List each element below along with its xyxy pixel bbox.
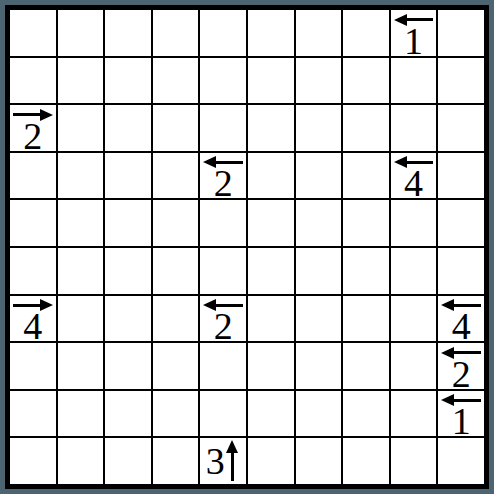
cell-r4c6[interactable] <box>248 153 294 199</box>
cell-r3c1[interactable]: 2 <box>10 105 56 151</box>
cell-r10c1[interactable] <box>10 438 56 484</box>
cell-r6c7[interactable] <box>296 248 342 294</box>
cell-r2c4[interactable] <box>153 58 199 104</box>
cell-r2c7[interactable] <box>296 58 342 104</box>
cell-r2c2[interactable] <box>58 58 104 104</box>
cell-r9c4[interactable] <box>153 391 199 437</box>
cell-r10c4[interactable] <box>153 438 199 484</box>
cell-r1c9[interactable]: 1 <box>391 10 437 56</box>
cell-r4c8[interactable] <box>343 153 389 199</box>
cell-r3c4[interactable] <box>153 105 199 151</box>
cell-r7c5[interactable]: 2 <box>200 296 246 342</box>
cell-r3c8[interactable] <box>343 105 389 151</box>
cell-r3c10[interactable] <box>438 105 484 151</box>
cell-r3c3[interactable] <box>105 105 151 151</box>
cell-r7c6[interactable] <box>248 296 294 342</box>
cell-r8c8[interactable] <box>343 343 389 389</box>
cell-r7c10[interactable]: 4 <box>438 296 484 342</box>
cell-r7c9[interactable] <box>391 296 437 342</box>
clue-number: 1 <box>438 402 484 440</box>
cell-r7c1[interactable]: 4 <box>10 296 56 342</box>
cell-r1c5[interactable] <box>200 10 246 56</box>
cell-r8c1[interactable] <box>10 343 56 389</box>
cell-r6c1[interactable] <box>10 248 56 294</box>
puzzle-frame: 1224424213 <box>0 0 494 494</box>
cell-r8c2[interactable] <box>58 343 104 389</box>
cell-r1c10[interactable] <box>438 10 484 56</box>
cell-r7c7[interactable] <box>296 296 342 342</box>
clue-number: 4 <box>10 307 56 345</box>
cell-r3c6[interactable] <box>248 105 294 151</box>
cell-r9c9[interactable] <box>391 391 437 437</box>
cell-r1c1[interactable] <box>10 10 56 56</box>
cell-r9c6[interactable] <box>248 391 294 437</box>
cell-r6c3[interactable] <box>105 248 151 294</box>
cell-r8c3[interactable] <box>105 343 151 389</box>
cell-r5c1[interactable] <box>10 200 56 246</box>
clue-number: 3 <box>200 442 230 480</box>
cell-r8c4[interactable] <box>153 343 199 389</box>
cell-r6c10[interactable] <box>438 248 484 294</box>
cell-r1c2[interactable] <box>58 10 104 56</box>
cell-r8c7[interactable] <box>296 343 342 389</box>
cell-r7c8[interactable] <box>343 296 389 342</box>
cell-r6c5[interactable] <box>200 248 246 294</box>
cell-r2c6[interactable] <box>248 58 294 104</box>
cell-r1c3[interactable] <box>105 10 151 56</box>
cell-r2c3[interactable] <box>105 58 151 104</box>
cell-r6c9[interactable] <box>391 248 437 294</box>
cell-r3c7[interactable] <box>296 105 342 151</box>
cell-r8c9[interactable] <box>391 343 437 389</box>
cell-r5c6[interactable] <box>248 200 294 246</box>
cell-r10c8[interactable] <box>343 438 389 484</box>
cell-r10c7[interactable] <box>296 438 342 484</box>
cell-r9c7[interactable] <box>296 391 342 437</box>
cell-r10c3[interactable] <box>105 438 151 484</box>
cell-r1c4[interactable] <box>153 10 199 56</box>
cell-r10c2[interactable] <box>58 438 104 484</box>
cell-r4c4[interactable] <box>153 153 199 199</box>
cell-r10c10[interactable] <box>438 438 484 484</box>
clue-number: 2 <box>438 355 484 393</box>
clue-number: 2 <box>10 117 56 155</box>
clue-number: 2 <box>200 164 246 202</box>
cell-r8c10[interactable]: 2 <box>438 343 484 389</box>
cell-r1c6[interactable] <box>248 10 294 56</box>
cell-r1c7[interactable] <box>296 10 342 56</box>
cell-r9c10[interactable]: 1 <box>438 391 484 437</box>
cell-r9c1[interactable] <box>10 391 56 437</box>
cell-r4c3[interactable] <box>105 153 151 199</box>
cell-r4c10[interactable] <box>438 153 484 199</box>
arrow-shaft <box>231 453 234 481</box>
cell-r5c3[interactable] <box>105 200 151 246</box>
cell-r9c5[interactable] <box>200 391 246 437</box>
cell-r3c5[interactable] <box>200 105 246 151</box>
cell-r3c9[interactable] <box>391 105 437 151</box>
puzzle-board: 1224424213 <box>5 5 489 489</box>
cell-r3c2[interactable] <box>58 105 104 151</box>
cell-r9c2[interactable] <box>58 391 104 437</box>
cell-r4c1[interactable] <box>10 153 56 199</box>
cell-r4c9[interactable]: 4 <box>391 153 437 199</box>
clue-number: 4 <box>438 307 484 345</box>
cell-r5c7[interactable] <box>296 200 342 246</box>
cell-r6c4[interactable] <box>153 248 199 294</box>
cell-r4c5[interactable]: 2 <box>200 153 246 199</box>
cell-r2c1[interactable] <box>10 58 56 104</box>
cell-r8c5[interactable] <box>200 343 246 389</box>
cell-r5c8[interactable] <box>343 200 389 246</box>
cell-r2c8[interactable] <box>343 58 389 104</box>
cell-r10c9[interactable] <box>391 438 437 484</box>
cell-r8c6[interactable] <box>248 343 294 389</box>
clue-number: 2 <box>200 307 246 345</box>
cell-r7c2[interactable] <box>58 296 104 342</box>
cell-r2c9[interactable] <box>391 58 437 104</box>
cell-r6c2[interactable] <box>58 248 104 294</box>
cell-r6c6[interactable] <box>248 248 294 294</box>
cell-r10c5[interactable]: 3 <box>200 438 246 484</box>
cell-r6c8[interactable] <box>343 248 389 294</box>
cell-r5c5[interactable] <box>200 200 246 246</box>
cell-r5c2[interactable] <box>58 200 104 246</box>
cell-r2c10[interactable] <box>438 58 484 104</box>
cell-r9c8[interactable] <box>343 391 389 437</box>
cell-r5c10[interactable] <box>438 200 484 246</box>
cell-r4c2[interactable] <box>58 153 104 199</box>
cell-r7c4[interactable] <box>153 296 199 342</box>
cell-r1c8[interactable] <box>343 10 389 56</box>
cell-r2c5[interactable] <box>200 58 246 104</box>
cell-r9c3[interactable] <box>105 391 151 437</box>
clue-number: 1 <box>391 22 437 60</box>
cell-r5c4[interactable] <box>153 200 199 246</box>
cell-r4c7[interactable] <box>296 153 342 199</box>
cell-r10c6[interactable] <box>248 438 294 484</box>
clue-number: 4 <box>391 164 437 202</box>
cell-r7c3[interactable] <box>105 296 151 342</box>
cell-r5c9[interactable] <box>391 200 437 246</box>
